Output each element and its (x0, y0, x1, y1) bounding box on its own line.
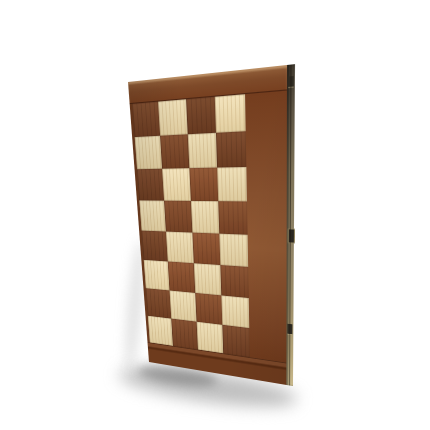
board-square (187, 133, 217, 168)
board-square (171, 319, 197, 350)
clasp-icon (287, 228, 294, 243)
board-square (189, 168, 218, 202)
board-square (215, 94, 246, 133)
chessboard-case (128, 64, 295, 386)
board-square (196, 322, 223, 354)
board-square (195, 293, 222, 325)
board-square (166, 232, 193, 264)
board-square (146, 288, 172, 318)
board-square (160, 134, 189, 168)
hinge-bottom-icon (287, 324, 292, 335)
board-square (148, 316, 173, 346)
board-square (158, 99, 187, 135)
board-square (142, 231, 168, 262)
board-square (193, 263, 221, 295)
board-square (217, 167, 247, 201)
board-square (170, 290, 196, 321)
board-square (218, 201, 248, 235)
board-square (139, 200, 166, 231)
board-square (144, 260, 170, 291)
case-side-edge (286, 64, 295, 386)
board-square (186, 97, 216, 135)
board-grid (132, 94, 250, 357)
board-square (132, 102, 160, 137)
frame-right-band (245, 91, 287, 363)
board-square (221, 295, 249, 328)
board-square (216, 131, 247, 167)
board-square (164, 201, 192, 233)
board-square (168, 261, 195, 292)
board-square (162, 168, 190, 201)
board-square (137, 169, 164, 201)
board-square (220, 265, 249, 298)
board-square (135, 136, 163, 170)
hinge-top-icon (288, 76, 294, 87)
board-square (222, 325, 250, 357)
board-square (192, 233, 220, 265)
product-photo (0, 0, 430, 430)
board-face (128, 65, 287, 385)
board-square (190, 201, 219, 234)
board-square (219, 234, 248, 267)
